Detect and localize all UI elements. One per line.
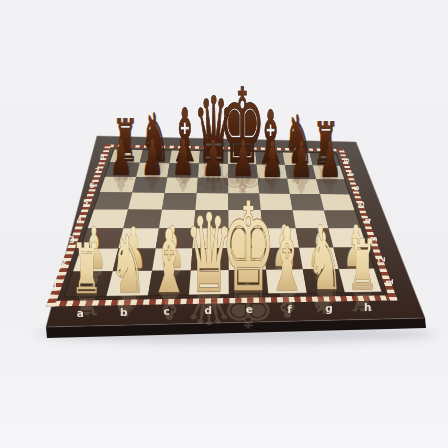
piece-white-knight-b1[interactable]: ♞ [110,219,146,311]
rank-label-right-5: 5 [357,201,366,206]
mosaic-inlay-cell [388,293,397,297]
mosaic-inlay-cell [345,168,351,170]
mosaic-inlay-cell [81,210,89,213]
mosaic-inlay-cell [87,192,95,195]
mosaic-inlay-cell [386,290,395,294]
rank-label-right-7: 7 [348,171,356,176]
mosaic-inlay-cell [379,269,387,272]
mosaic-inlay-cell [104,148,111,150]
mosaic-inlay-cell [57,272,67,276]
mosaic-inlay-cell [82,207,90,210]
product-photo-scene: abcdefgh8765432187654321♜♞♝♛♚♝♞♜♟♟♟♟♟♟♟♟… [0,0,448,448]
mosaic-inlay-cell [350,183,356,185]
mosaic-inlay-cell [353,192,360,194]
rank-label-right-6: 6 [352,185,361,190]
chess-board: abcdefgh8765432187654321♜♞♝♛♚♝♞♜♟♟♟♟♟♟♟♟… [0,0,448,448]
piece-black-pawn-g7[interactable]: ♟ [290,130,313,188]
piece-black-pawn-b7[interactable]: ♟ [141,128,164,186]
mosaic-inlay-cell [385,286,394,290]
mosaic-inlay-cell [389,297,398,300]
mosaic-inlay-cell [56,276,66,280]
mosaic-inlay-cell [359,208,366,211]
mosaic-inlay-cell [380,272,388,276]
mosaic-inlay-cell [93,178,100,180]
mosaic-inlay-cell [46,303,56,307]
rank-label-right-2: 2 [377,256,387,262]
mosaic-inlay-cell [355,199,362,201]
mosaic-inlay-cell [348,178,354,180]
rank-label-right-8: 8 [343,158,351,163]
piece-black-pawn-h7[interactable]: ♟ [319,130,342,188]
mosaic-inlay-cell [354,196,361,198]
piece-white-rook-a1[interactable]: ♜ [71,228,102,309]
mosaic-inlay-cell [354,194,361,196]
rank-label-left-6: 6 [89,181,94,190]
mosaic-inlay-cell [47,299,57,303]
piece-white-rook-h1[interactable]: ♜ [347,224,378,305]
mosaic-inlay-cell [94,175,101,177]
mosaic-inlay-cell [59,268,68,272]
piece-white-knight-g1[interactable]: ♞ [307,216,343,308]
piece-black-pawn-c7[interactable]: ♟ [172,129,195,187]
mosaic-inlay-cell [87,194,95,197]
rank-label-left-7: 7 [95,167,100,175]
mosaic-inlay-cell [378,265,386,268]
mosaic-inlay-cell [343,164,349,166]
rank-label-left-5: 5 [83,198,88,207]
rank-label-left-8: 8 [100,153,105,161]
piece-white-bishop-f1[interactable]: ♝ [268,209,307,310]
mosaic-inlay-cell [344,166,350,168]
mosaic-inlay-cell [49,295,59,299]
mosaic-inlay-cell [98,162,105,164]
rank-label-right-1: 1 [384,278,395,285]
piece-white-bishop-c1[interactable]: ♝ [149,211,188,312]
rank-label-left-2: 2 [61,257,67,267]
mosaic-inlay-cell [349,180,356,182]
piece-black-pawn-a7[interactable]: ♟ [110,128,133,186]
rank-label-left-1: 1 [52,280,59,291]
